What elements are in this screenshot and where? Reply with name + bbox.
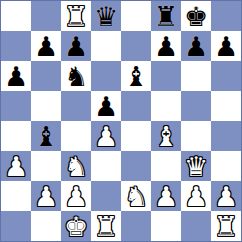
white-rook-icon: ♜ (214, 213, 238, 240)
white-knight-icon: ♞ (64, 153, 88, 180)
chess-board: ♜♛♜♚♟♟♟♟♟♟♞♝♟♝♟♝♟♞♛♟♟♞♟♟♟♚♜♜ (0, 0, 242, 242)
square-b2[interactable]: ♟ (31, 181, 61, 211)
square-a7[interactable] (1, 31, 31, 61)
square-h6[interactable] (211, 61, 241, 91)
square-g5[interactable] (181, 91, 211, 121)
black-pawn-icon: ♟ (4, 63, 28, 90)
square-h3[interactable] (211, 151, 241, 181)
square-d2[interactable] (91, 181, 121, 211)
square-b5[interactable] (31, 91, 61, 121)
black-bishop-icon: ♝ (34, 123, 58, 150)
square-f6[interactable] (151, 61, 181, 91)
square-a1[interactable] (1, 211, 31, 241)
white-rook-icon: ♜ (94, 213, 118, 240)
square-b8[interactable] (31, 1, 61, 31)
square-d4[interactable]: ♟ (91, 121, 121, 151)
white-pawn-icon: ♟ (64, 183, 88, 210)
black-queen-icon: ♛ (94, 3, 118, 30)
black-pawn-icon: ♟ (184, 33, 208, 60)
white-king-icon: ♚ (64, 213, 88, 240)
black-pawn-icon: ♟ (64, 33, 88, 60)
square-g3[interactable]: ♛ (181, 151, 211, 181)
square-a6[interactable]: ♟ (1, 61, 31, 91)
square-a3[interactable]: ♟ (1, 151, 31, 181)
white-knight-icon: ♞ (124, 183, 148, 210)
square-d8[interactable]: ♛ (91, 1, 121, 31)
square-b7[interactable]: ♟ (31, 31, 61, 61)
black-pawn-icon: ♟ (94, 93, 118, 120)
square-e6[interactable]: ♝ (121, 61, 151, 91)
square-d7[interactable] (91, 31, 121, 61)
square-c4[interactable] (61, 121, 91, 151)
square-b6[interactable] (31, 61, 61, 91)
white-pawn-icon: ♟ (34, 183, 58, 210)
white-pawn-icon: ♟ (184, 183, 208, 210)
square-g8[interactable]: ♚ (181, 1, 211, 31)
square-h2[interactable]: ♟ (211, 181, 241, 211)
white-pawn-icon: ♟ (214, 183, 238, 210)
square-g6[interactable] (181, 61, 211, 91)
black-pawn-icon: ♟ (34, 33, 58, 60)
square-f8[interactable]: ♜ (151, 1, 181, 31)
square-b4[interactable]: ♝ (31, 121, 61, 151)
white-bishop-icon: ♝ (154, 123, 178, 150)
square-h8[interactable] (211, 1, 241, 31)
black-king-icon: ♚ (184, 3, 208, 30)
square-f5[interactable] (151, 91, 181, 121)
square-a4[interactable] (1, 121, 31, 151)
square-c2[interactable]: ♟ (61, 181, 91, 211)
square-h5[interactable] (211, 91, 241, 121)
square-d5[interactable]: ♟ (91, 91, 121, 121)
square-f3[interactable] (151, 151, 181, 181)
white-queen-icon: ♛ (184, 153, 208, 180)
white-pawn-icon: ♟ (154, 183, 178, 210)
square-d1[interactable]: ♜ (91, 211, 121, 241)
square-h4[interactable] (211, 121, 241, 151)
square-a8[interactable] (1, 1, 31, 31)
square-e4[interactable] (121, 121, 151, 151)
white-rook-icon: ♜ (64, 3, 88, 30)
square-e3[interactable] (121, 151, 151, 181)
black-knight-icon: ♞ (64, 63, 88, 90)
square-f7[interactable]: ♟ (151, 31, 181, 61)
square-f1[interactable] (151, 211, 181, 241)
square-h7[interactable]: ♟ (211, 31, 241, 61)
black-bishop-icon: ♝ (124, 63, 148, 90)
square-a5[interactable] (1, 91, 31, 121)
square-b1[interactable] (31, 211, 61, 241)
square-c6[interactable]: ♞ (61, 61, 91, 91)
square-e5[interactable] (121, 91, 151, 121)
square-e8[interactable] (121, 1, 151, 31)
square-f4[interactable]: ♝ (151, 121, 181, 151)
black-pawn-icon: ♟ (154, 33, 178, 60)
square-c8[interactable]: ♜ (61, 1, 91, 31)
square-b3[interactable] (31, 151, 61, 181)
white-pawn-icon: ♟ (4, 153, 28, 180)
square-c5[interactable] (61, 91, 91, 121)
square-c3[interactable]: ♞ (61, 151, 91, 181)
square-c7[interactable]: ♟ (61, 31, 91, 61)
white-pawn-icon: ♟ (94, 123, 118, 150)
square-g4[interactable] (181, 121, 211, 151)
square-g1[interactable] (181, 211, 211, 241)
square-d6[interactable] (91, 61, 121, 91)
square-e2[interactable]: ♞ (121, 181, 151, 211)
square-e1[interactable] (121, 211, 151, 241)
square-f2[interactable]: ♟ (151, 181, 181, 211)
square-e7[interactable] (121, 31, 151, 61)
square-a2[interactable] (1, 181, 31, 211)
square-c1[interactable]: ♚ (61, 211, 91, 241)
square-d3[interactable] (91, 151, 121, 181)
square-g7[interactable]: ♟ (181, 31, 211, 61)
black-rook-icon: ♜ (154, 3, 178, 30)
square-g2[interactable]: ♟ (181, 181, 211, 211)
black-pawn-icon: ♟ (214, 33, 238, 60)
square-h1[interactable]: ♜ (211, 211, 241, 241)
